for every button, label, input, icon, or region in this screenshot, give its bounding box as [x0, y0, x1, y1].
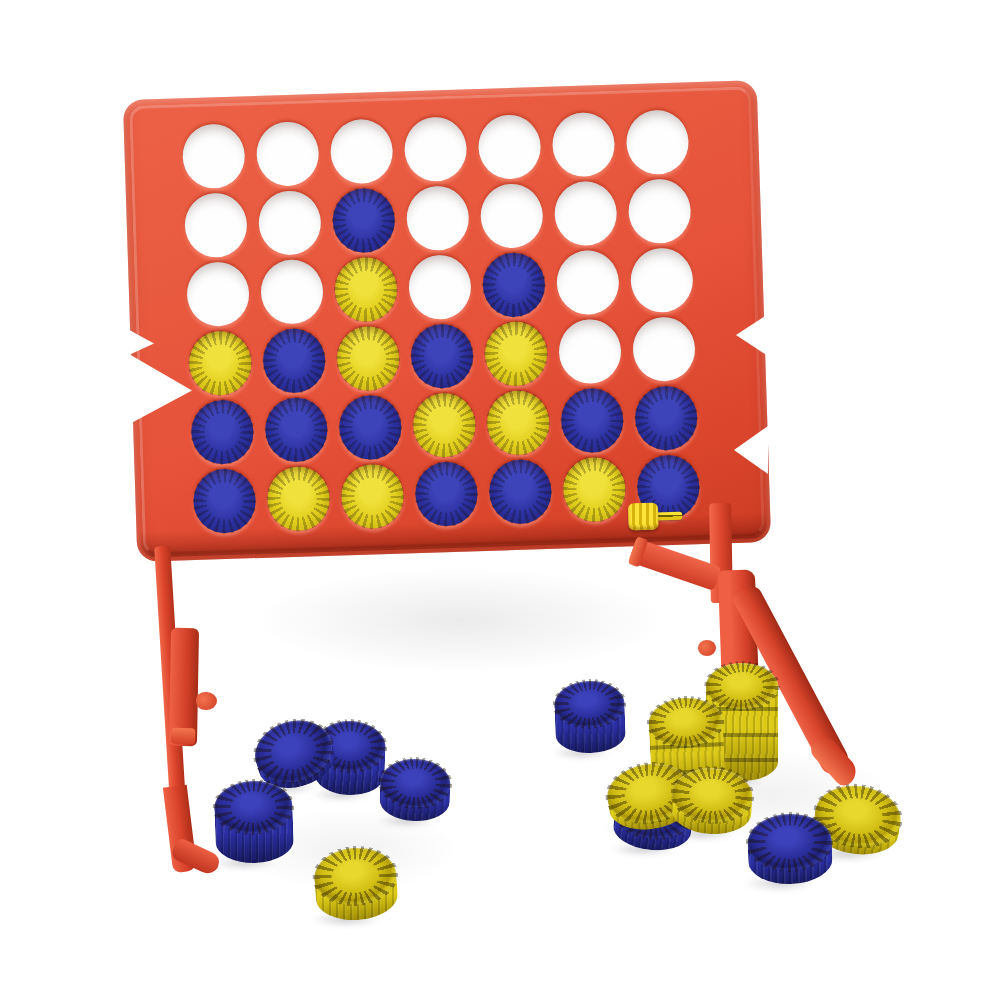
loose-discs-layer — [0, 0, 1000, 1000]
loose-disc-right-front-blue[interactable] — [747, 813, 834, 890]
loose-disc-left-short-blue[interactable] — [379, 758, 451, 826]
disc-top-face — [554, 680, 626, 728]
disc-top-face — [379, 758, 451, 808]
disc-top-face — [747, 813, 833, 872]
loose-disc-right-flat-yellow[interactable] — [670, 766, 754, 840]
loose-disc-left-front-tall-blue[interactable] — [214, 780, 295, 869]
loose-disc-center-floor-blue[interactable] — [554, 680, 627, 758]
connect-four-product-scene — [0, 0, 1000, 1000]
loose-disc-left-front-yellow[interactable] — [312, 845, 399, 927]
disc-top-face — [214, 780, 294, 835]
disc-top-face — [671, 766, 754, 824]
disc-top-face — [647, 696, 723, 748]
